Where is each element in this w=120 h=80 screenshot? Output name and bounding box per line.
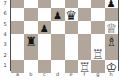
square-a5[interactable] — [11, 21, 24, 34]
chess-board: ♟♟♛♟♕♜♗♖♖♔ — [10, 0, 119, 71]
square-c5[interactable]: ♟ — [38, 21, 51, 34]
square-d7[interactable] — [51, 0, 64, 8]
square-f5[interactable] — [78, 21, 91, 34]
rank-label-6: 6 — [1, 11, 9, 16]
black-rook-piece: ♜ — [25, 35, 37, 48]
white-bishop-piece: ♗ — [105, 35, 117, 48]
square-b4[interactable]: ♜ — [24, 34, 37, 47]
rank-label-5: 5 — [1, 21, 9, 26]
file-label-g: g — [91, 72, 104, 77]
square-g2[interactable]: ♖ — [91, 47, 104, 60]
square-h2[interactable] — [105, 47, 118, 60]
square-h6[interactable] — [105, 8, 118, 21]
square-e5[interactable] — [65, 21, 78, 34]
square-a2[interactable] — [11, 47, 24, 60]
chess-diagram: ♟♟♛♟♕♜♗♖♖♔ 7654321 abcdefgh — [0, 0, 120, 80]
file-label-d: d — [51, 72, 64, 77]
file-label-c: c — [38, 72, 51, 77]
rank-label-3: 3 — [1, 42, 9, 47]
rank-label-2: 2 — [1, 52, 9, 57]
file-label-h: h — [105, 72, 118, 77]
square-d6[interactable]: ♟ — [51, 8, 64, 21]
rank-label-4: 4 — [1, 32, 9, 37]
square-b5[interactable] — [24, 21, 37, 34]
square-h5[interactable]: ♕ — [105, 21, 118, 34]
file-label-e: e — [65, 72, 78, 77]
file-label-b: b — [24, 72, 37, 77]
file-label-f: f — [78, 72, 91, 77]
black-queen-piece: ♛ — [65, 9, 77, 22]
square-c2[interactable] — [38, 47, 51, 60]
square-f4[interactable] — [78, 34, 91, 47]
file-label-a: a — [11, 72, 24, 77]
square-f2[interactable] — [78, 47, 91, 60]
square-h4[interactable]: ♗ — [105, 34, 118, 47]
square-c4[interactable] — [38, 34, 51, 47]
square-g5[interactable] — [91, 21, 104, 34]
black-pawn-piece: ♟ — [40, 23, 49, 33]
square-a4[interactable] — [11, 34, 24, 47]
square-h7[interactable]: ♟ — [105, 0, 118, 8]
square-d2[interactable] — [51, 47, 64, 60]
square-d4[interactable] — [51, 34, 64, 47]
white-rook-piece: ♖ — [92, 48, 104, 61]
square-a6[interactable] — [11, 8, 24, 21]
square-b2[interactable] — [24, 47, 37, 60]
square-g7[interactable] — [91, 0, 104, 8]
square-b7[interactable] — [24, 0, 37, 8]
square-e2[interactable] — [65, 47, 78, 60]
square-d5[interactable] — [51, 21, 64, 34]
black-pawn-piece: ♟ — [53, 10, 62, 20]
square-c7[interactable] — [38, 0, 51, 8]
square-e6[interactable]: ♛ — [65, 8, 78, 21]
square-g6[interactable] — [91, 8, 104, 21]
square-b6[interactable] — [24, 8, 37, 21]
square-e4[interactable] — [65, 34, 78, 47]
rank-label-1: 1 — [1, 62, 9, 67]
square-f6[interactable] — [78, 8, 91, 21]
square-g4[interactable] — [91, 34, 104, 47]
square-f7[interactable] — [78, 0, 91, 8]
square-c6[interactable] — [38, 8, 51, 21]
square-a7[interactable] — [11, 0, 24, 8]
rank-label-7: 7 — [1, 1, 9, 6]
